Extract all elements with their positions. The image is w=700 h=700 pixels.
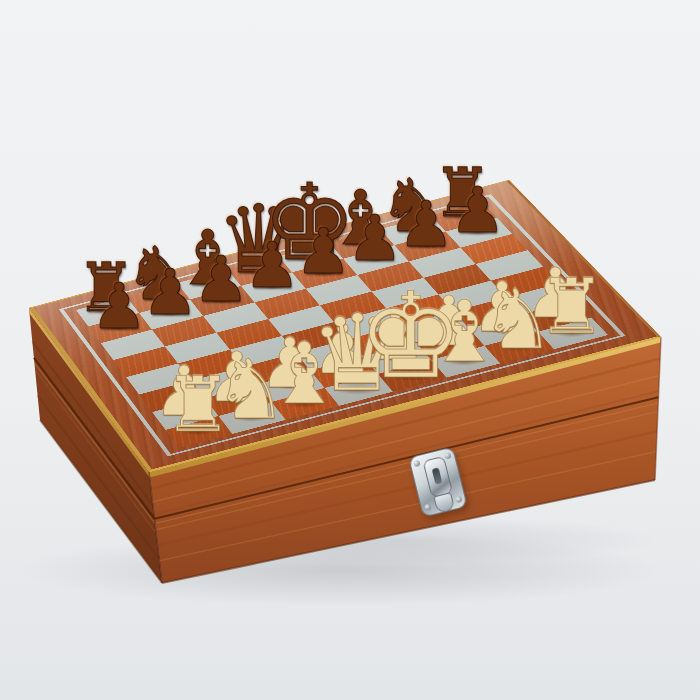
chess-box-photo: ♜♞♝♛♚♝♞♜♟♟♟♟♟♟♟♟♟♟♟♟♟♟♟♟♜♞♝♛♚♝♞♜ — [0, 0, 700, 700]
piece-black-pawn-e7: ♟ — [295, 221, 352, 284]
latch-slot — [432, 467, 443, 484]
piece-black-pawn-g7: ♟ — [398, 193, 455, 256]
piece-white-rook-h1: ♜ — [537, 269, 605, 345]
piece-black-pawn-c7: ♟ — [193, 248, 250, 311]
piece-black-pawn-d7: ♟ — [244, 234, 301, 297]
piece-black-pawn-f7: ♟ — [346, 207, 403, 270]
piece-black-pawn-h7: ♟ — [449, 180, 506, 243]
piece-black-pawn-b7: ♟ — [142, 261, 199, 324]
piece-black-pawn-a7: ♟ — [91, 275, 148, 338]
